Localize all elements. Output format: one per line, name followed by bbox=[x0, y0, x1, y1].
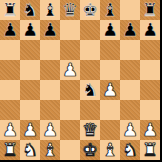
white-pawn: ♟ bbox=[42, 120, 58, 140]
square-b1[interactable]: ♞ bbox=[20, 140, 40, 160]
square-h3[interactable] bbox=[140, 100, 160, 120]
square-d2[interactable] bbox=[60, 120, 80, 140]
square-g7[interactable]: ♟ bbox=[120, 20, 140, 40]
square-d5[interactable]: ♟ bbox=[60, 60, 80, 80]
square-g5[interactable] bbox=[120, 60, 140, 80]
white-pawn: ♟ bbox=[22, 120, 38, 140]
square-g2[interactable]: ♟ bbox=[120, 120, 140, 140]
square-c6[interactable] bbox=[40, 40, 60, 60]
square-f2[interactable] bbox=[100, 120, 120, 140]
square-h2[interactable]: ♟ bbox=[140, 120, 160, 140]
square-g3[interactable] bbox=[120, 100, 140, 120]
chess-board-frame: ♜♞♝♛♚♝♜♟♟♟♟♟♟♟♞♟♟♟♟♛♟♟♜♞♝♚♝♞♜ bbox=[0, 0, 162, 162]
white-rook: ♜ bbox=[2, 140, 18, 160]
square-e6[interactable] bbox=[80, 40, 100, 60]
black-knight: ♞ bbox=[22, 0, 38, 20]
black-pawn: ♟ bbox=[42, 20, 58, 40]
white-knight: ♞ bbox=[122, 140, 138, 160]
black-pawn: ♟ bbox=[142, 20, 158, 40]
white-king: ♚ bbox=[82, 140, 98, 160]
black-bishop: ♝ bbox=[42, 0, 58, 20]
white-bishop: ♝ bbox=[42, 140, 58, 160]
square-g4[interactable] bbox=[120, 80, 140, 100]
black-rook: ♜ bbox=[2, 0, 18, 20]
white-pawn: ♟ bbox=[122, 120, 138, 140]
square-h5[interactable] bbox=[140, 60, 160, 80]
square-d6[interactable] bbox=[60, 40, 80, 60]
square-d8[interactable]: ♛ bbox=[60, 0, 80, 20]
black-rook: ♜ bbox=[142, 0, 158, 20]
white-rook: ♜ bbox=[142, 140, 158, 160]
square-d1[interactable] bbox=[60, 140, 80, 160]
white-bishop: ♝ bbox=[102, 140, 118, 160]
square-d3[interactable] bbox=[60, 100, 80, 120]
square-d4[interactable] bbox=[60, 80, 80, 100]
black-pawn: ♟ bbox=[22, 20, 38, 40]
square-h1[interactable]: ♜ bbox=[140, 140, 160, 160]
square-c7[interactable]: ♟ bbox=[40, 20, 60, 40]
square-e1[interactable]: ♚ bbox=[80, 140, 100, 160]
white-queen: ♛ bbox=[82, 120, 98, 140]
black-knight: ♞ bbox=[82, 80, 98, 100]
square-b8[interactable]: ♞ bbox=[20, 0, 40, 20]
square-e3[interactable] bbox=[80, 100, 100, 120]
square-b2[interactable]: ♟ bbox=[20, 120, 40, 140]
square-h8[interactable]: ♜ bbox=[140, 0, 160, 20]
square-d7[interactable] bbox=[60, 20, 80, 40]
square-e4[interactable]: ♞ bbox=[80, 80, 100, 100]
square-c4[interactable] bbox=[40, 80, 60, 100]
black-pawn: ♟ bbox=[102, 20, 118, 40]
square-c1[interactable]: ♝ bbox=[40, 140, 60, 160]
square-f4[interactable]: ♟ bbox=[100, 80, 120, 100]
black-queen: ♛ bbox=[62, 0, 78, 20]
black-pawn: ♟ bbox=[122, 20, 138, 40]
square-b6[interactable] bbox=[20, 40, 40, 60]
square-c8[interactable]: ♝ bbox=[40, 0, 60, 20]
black-pawn: ♟ bbox=[2, 20, 18, 40]
square-a1[interactable]: ♜ bbox=[0, 140, 20, 160]
black-king: ♚ bbox=[82, 0, 98, 20]
square-a7[interactable]: ♟ bbox=[0, 20, 20, 40]
square-a4[interactable] bbox=[0, 80, 20, 100]
square-e5[interactable] bbox=[80, 60, 100, 80]
square-f5[interactable] bbox=[100, 60, 120, 80]
square-a6[interactable] bbox=[0, 40, 20, 60]
square-f1[interactable]: ♝ bbox=[100, 140, 120, 160]
chess-board: ♜♞♝♛♚♝♜♟♟♟♟♟♟♟♞♟♟♟♟♛♟♟♜♞♝♚♝♞♜ bbox=[0, 0, 160, 160]
white-knight: ♞ bbox=[22, 140, 38, 160]
white-pawn: ♟ bbox=[2, 120, 18, 140]
square-h6[interactable] bbox=[140, 40, 160, 60]
square-g8[interactable] bbox=[120, 0, 140, 20]
square-b3[interactable] bbox=[20, 100, 40, 120]
square-f8[interactable]: ♝ bbox=[100, 0, 120, 20]
square-a2[interactable]: ♟ bbox=[0, 120, 20, 140]
square-f7[interactable]: ♟ bbox=[100, 20, 120, 40]
square-f6[interactable] bbox=[100, 40, 120, 60]
square-c5[interactable] bbox=[40, 60, 60, 80]
white-pawn: ♟ bbox=[102, 80, 118, 100]
square-c2[interactable]: ♟ bbox=[40, 120, 60, 140]
square-b4[interactable] bbox=[20, 80, 40, 100]
white-pawn: ♟ bbox=[142, 120, 158, 140]
black-bishop: ♝ bbox=[102, 0, 118, 20]
square-e2[interactable]: ♛ bbox=[80, 120, 100, 140]
square-a3[interactable] bbox=[0, 100, 20, 120]
square-f3[interactable] bbox=[100, 100, 120, 120]
square-a8[interactable]: ♜ bbox=[0, 0, 20, 20]
square-g6[interactable] bbox=[120, 40, 140, 60]
white-pawn: ♟ bbox=[62, 60, 78, 80]
square-e7[interactable] bbox=[80, 20, 100, 40]
square-h4[interactable] bbox=[140, 80, 160, 100]
square-g1[interactable]: ♞ bbox=[120, 140, 140, 160]
square-h7[interactable]: ♟ bbox=[140, 20, 160, 40]
square-b7[interactable]: ♟ bbox=[20, 20, 40, 40]
square-c3[interactable] bbox=[40, 100, 60, 120]
square-b5[interactable] bbox=[20, 60, 40, 80]
square-e8[interactable]: ♚ bbox=[80, 0, 100, 20]
square-a5[interactable] bbox=[0, 60, 20, 80]
